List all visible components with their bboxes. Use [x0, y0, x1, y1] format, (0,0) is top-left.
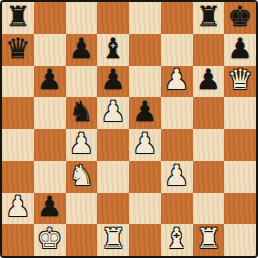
chess-board: ♜♜♚♛♟♝♟♟♟♟♟♛♞♟♟♟♟♞♟♟♟♚♜♝♜	[2, 2, 256, 256]
square-c3[interactable]: ♞	[66, 161, 98, 193]
square-h7[interactable]: ♟	[224, 34, 256, 66]
square-h4[interactable]	[224, 129, 256, 161]
square-f2[interactable]	[161, 193, 193, 225]
square-d2[interactable]	[97, 193, 129, 225]
chess-board-frame: ♜♜♚♛♟♝♟♟♟♟♟♛♞♟♟♟♟♞♟♟♟♚♜♝♜	[0, 0, 258, 258]
square-e7[interactable]	[129, 34, 161, 66]
square-h1[interactable]	[224, 224, 256, 256]
square-a4[interactable]	[2, 129, 34, 161]
square-d3[interactable]	[97, 161, 129, 193]
square-a2[interactable]: ♟	[2, 193, 34, 225]
black-queen[interactable]: ♛	[5, 35, 30, 63]
square-b1[interactable]: ♚	[34, 224, 66, 256]
square-b7[interactable]	[34, 34, 66, 66]
square-f1[interactable]: ♝	[161, 224, 193, 256]
square-a3[interactable]	[2, 161, 34, 193]
square-g1[interactable]: ♜	[193, 224, 225, 256]
white-pawn[interactable]: ♟	[132, 130, 157, 158]
square-b5[interactable]	[34, 97, 66, 129]
square-d5[interactable]: ♟	[97, 97, 129, 129]
square-g4[interactable]	[193, 129, 225, 161]
square-d4[interactable]	[97, 129, 129, 161]
square-f5[interactable]	[161, 97, 193, 129]
square-g3[interactable]	[193, 161, 225, 193]
square-c4[interactable]: ♟	[66, 129, 98, 161]
square-e6[interactable]	[129, 66, 161, 98]
square-e3[interactable]	[129, 161, 161, 193]
square-h8[interactable]: ♚	[224, 2, 256, 34]
square-f6[interactable]: ♟	[161, 66, 193, 98]
square-b4[interactable]	[34, 129, 66, 161]
square-e2[interactable]	[129, 193, 161, 225]
square-h2[interactable]	[224, 193, 256, 225]
square-g6[interactable]: ♟	[193, 66, 225, 98]
square-g8[interactable]: ♜	[193, 2, 225, 34]
white-rook[interactable]: ♜	[101, 225, 126, 253]
black-rook[interactable]: ♜	[5, 3, 30, 31]
white-queen[interactable]: ♛	[228, 66, 253, 94]
white-bishop[interactable]: ♝	[164, 225, 189, 253]
square-b3[interactable]	[34, 161, 66, 193]
square-g5[interactable]	[193, 97, 225, 129]
square-b6[interactable]: ♟	[34, 66, 66, 98]
square-h6[interactable]: ♛	[224, 66, 256, 98]
square-d6[interactable]: ♟	[97, 66, 129, 98]
black-pawn[interactable]: ♟	[37, 66, 62, 94]
square-a8[interactable]: ♜	[2, 2, 34, 34]
black-bishop[interactable]: ♝	[101, 35, 126, 63]
white-pawn[interactable]: ♟	[5, 193, 30, 221]
square-e5[interactable]: ♟	[129, 97, 161, 129]
black-pawn[interactable]: ♟	[132, 98, 157, 126]
black-pawn[interactable]: ♟	[196, 66, 221, 94]
square-e8[interactable]	[129, 2, 161, 34]
black-knight[interactable]: ♞	[69, 98, 94, 126]
black-pawn[interactable]: ♟	[69, 35, 94, 63]
white-pawn[interactable]: ♟	[164, 162, 189, 190]
square-h5[interactable]	[224, 97, 256, 129]
square-f3[interactable]: ♟	[161, 161, 193, 193]
square-d8[interactable]	[97, 2, 129, 34]
square-c6[interactable]	[66, 66, 98, 98]
square-b2[interactable]: ♟	[34, 193, 66, 225]
square-a1[interactable]	[2, 224, 34, 256]
black-rook[interactable]: ♜	[196, 3, 221, 31]
square-f4[interactable]	[161, 129, 193, 161]
square-a7[interactable]: ♛	[2, 34, 34, 66]
black-king[interactable]: ♚	[228, 3, 253, 31]
square-c8[interactable]	[66, 2, 98, 34]
square-a5[interactable]	[2, 97, 34, 129]
black-pawn[interactable]: ♟	[37, 193, 62, 221]
square-h3[interactable]	[224, 161, 256, 193]
white-king[interactable]: ♚	[37, 225, 62, 253]
square-d7[interactable]: ♝	[97, 34, 129, 66]
square-f7[interactable]	[161, 34, 193, 66]
white-rook[interactable]: ♜	[196, 225, 221, 253]
white-pawn[interactable]: ♟	[164, 66, 189, 94]
square-a6[interactable]	[2, 66, 34, 98]
black-pawn[interactable]: ♟	[228, 35, 253, 63]
square-b8[interactable]	[34, 2, 66, 34]
black-pawn[interactable]: ♟	[101, 66, 126, 94]
square-g7[interactable]	[193, 34, 225, 66]
white-pawn[interactable]: ♟	[69, 130, 94, 158]
square-f8[interactable]	[161, 2, 193, 34]
white-pawn[interactable]: ♟	[101, 98, 126, 126]
square-g2[interactable]	[193, 193, 225, 225]
square-c7[interactable]: ♟	[66, 34, 98, 66]
square-d1[interactable]: ♜	[97, 224, 129, 256]
white-knight[interactable]: ♞	[69, 162, 94, 190]
square-c5[interactable]: ♞	[66, 97, 98, 129]
square-c2[interactable]	[66, 193, 98, 225]
square-c1[interactable]	[66, 224, 98, 256]
square-e4[interactable]: ♟	[129, 129, 161, 161]
square-e1[interactable]	[129, 224, 161, 256]
